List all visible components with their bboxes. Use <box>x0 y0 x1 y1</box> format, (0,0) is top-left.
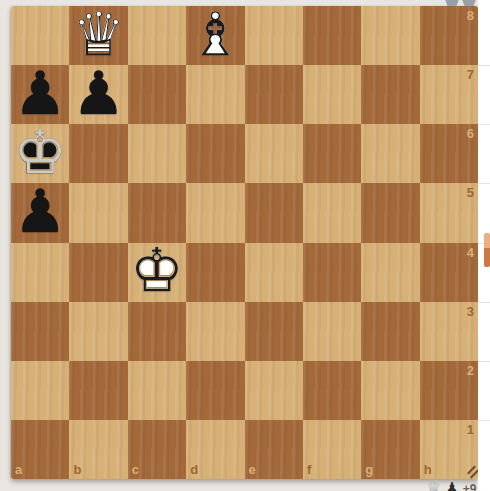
file-label-h: h <box>424 463 432 476</box>
square-e1[interactable]: e <box>245 420 303 479</box>
white-bishop-piece[interactable]: ♝♗ <box>186 6 244 65</box>
square-c2[interactable] <box>128 361 186 420</box>
scrollbar-thumb[interactable] <box>484 233 490 267</box>
square-c8[interactable] <box>128 6 186 65</box>
square-d6[interactable] <box>186 124 244 183</box>
square-b8[interactable]: ♛♕ <box>69 6 127 65</box>
square-b7[interactable]: ♟ <box>69 65 127 124</box>
file-label-a: a <box>15 463 22 476</box>
square-e7[interactable] <box>245 65 303 124</box>
square-a1[interactable]: a <box>11 420 69 479</box>
rank-label-8: 8 <box>467 9 474 22</box>
square-f5[interactable] <box>303 183 361 242</box>
sidebar-row-divider <box>478 361 490 362</box>
square-a2[interactable] <box>11 361 69 420</box>
square-e5[interactable] <box>245 183 303 242</box>
sidebar-row-divider <box>478 124 490 125</box>
rank-label-4: 4 <box>467 246 474 259</box>
square-f8[interactable] <box>303 6 361 65</box>
square-d2[interactable] <box>186 361 244 420</box>
square-g3[interactable] <box>361 302 419 361</box>
square-h5[interactable]: 5 <box>420 183 478 242</box>
rank-label-2: 2 <box>467 364 474 377</box>
square-h7[interactable]: 7 <box>420 65 478 124</box>
square-e3[interactable] <box>245 302 303 361</box>
square-g2[interactable] <box>361 361 419 420</box>
square-b1[interactable]: b <box>69 420 127 479</box>
square-b6[interactable] <box>69 124 127 183</box>
square-c6[interactable] <box>128 124 186 183</box>
white-queen-piece[interactable]: ♛♕ <box>69 6 127 65</box>
square-h1[interactable]: h1 <box>420 420 478 479</box>
black-pawn-piece[interactable]: ♟ <box>11 65 69 124</box>
square-b5[interactable] <box>69 183 127 242</box>
square-h2[interactable]: 2 <box>420 361 478 420</box>
square-c1[interactable]: c <box>128 420 186 479</box>
sidebar-row-divider <box>478 420 490 421</box>
square-a4[interactable] <box>11 243 69 302</box>
square-g5[interactable] <box>361 183 419 242</box>
square-c4[interactable]: ♚♔ <box>128 243 186 302</box>
square-g7[interactable] <box>361 65 419 124</box>
sidebar-row-divider <box>478 65 490 66</box>
square-f6[interactable] <box>303 124 361 183</box>
file-label-e: e <box>249 463 256 476</box>
white-king-piece[interactable]: ♚♔ <box>128 243 186 302</box>
rank-label-1: 1 <box>467 423 474 436</box>
square-d3[interactable] <box>186 302 244 361</box>
rank-label-6: 6 <box>467 127 474 140</box>
square-e8[interactable] <box>245 6 303 65</box>
captured-queen-icon: ♕ <box>426 480 441 491</box>
chess-board: ♛♕♝♗8♟♟7♚♔6♟5♚♔432abcdefgh1 <box>11 6 478 479</box>
square-f3[interactable] <box>303 302 361 361</box>
square-d1[interactable]: d <box>186 420 244 479</box>
square-h8[interactable]: 8 <box>420 6 478 65</box>
rank-label-3: 3 <box>467 305 474 318</box>
resize-handle-icon[interactable] <box>463 464 476 477</box>
square-d7[interactable] <box>186 65 244 124</box>
square-g1[interactable]: g <box>361 420 419 479</box>
square-e4[interactable] <box>245 243 303 302</box>
square-a7[interactable]: ♟ <box>11 65 69 124</box>
file-label-g: g <box>365 463 373 476</box>
square-g8[interactable] <box>361 6 419 65</box>
square-e2[interactable] <box>245 361 303 420</box>
captured-pawn-icon: ♟ <box>445 481 458 491</box>
material-advantage-label: +9 <box>463 482 477 491</box>
square-a6[interactable]: ♚♔ <box>11 124 69 183</box>
black-pawn-piece[interactable]: ♟ <box>11 183 69 242</box>
square-a3[interactable] <box>11 302 69 361</box>
square-a5[interactable]: ♟ <box>11 183 69 242</box>
square-h4[interactable]: 4 <box>420 243 478 302</box>
square-c7[interactable] <box>128 65 186 124</box>
black-king-piece[interactable]: ♚♔ <box>11 124 69 183</box>
square-f1[interactable]: f <box>303 420 361 479</box>
file-label-c: c <box>132 463 139 476</box>
file-label-b: b <box>73 463 81 476</box>
square-h3[interactable]: 3 <box>420 302 478 361</box>
square-a8[interactable] <box>11 6 69 65</box>
sidebar-row-divider <box>478 302 490 303</box>
square-e6[interactable] <box>245 124 303 183</box>
black-pawn-piece[interactable]: ♟ <box>69 65 127 124</box>
square-c3[interactable] <box>128 302 186 361</box>
square-f4[interactable] <box>303 243 361 302</box>
file-label-f: f <box>307 463 311 476</box>
rank-label-5: 5 <box>467 186 474 199</box>
square-d8[interactable]: ♝♗ <box>186 6 244 65</box>
square-g4[interactable] <box>361 243 419 302</box>
square-d5[interactable] <box>186 183 244 242</box>
square-f7[interactable] <box>303 65 361 124</box>
square-c5[interactable] <box>128 183 186 242</box>
square-h6[interactable]: 6 <box>420 124 478 183</box>
square-f2[interactable] <box>303 361 361 420</box>
square-d4[interactable] <box>186 243 244 302</box>
square-b2[interactable] <box>69 361 127 420</box>
sidebar-row-divider <box>478 183 490 184</box>
square-b4[interactable] <box>69 243 127 302</box>
square-g6[interactable] <box>361 124 419 183</box>
material-advantage-bar: ♕ ♟ +9 <box>426 480 476 491</box>
rank-label-7: 7 <box>467 68 474 81</box>
file-label-d: d <box>190 463 198 476</box>
square-b3[interactable] <box>69 302 127 361</box>
